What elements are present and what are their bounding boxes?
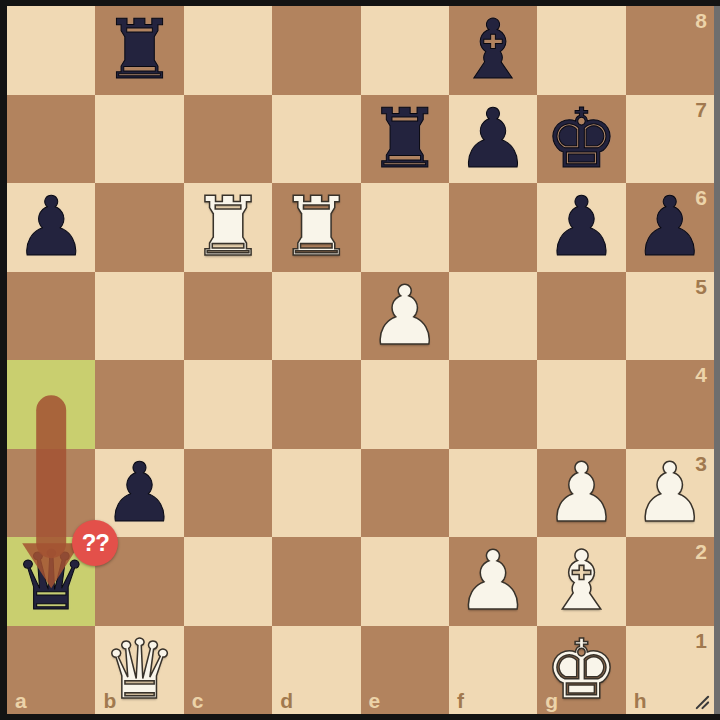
square-c7[interactable] [184, 95, 272, 184]
rank-label-1: 1 [695, 630, 707, 651]
black-king[interactable]: ♚ [537, 95, 625, 184]
square-c5[interactable] [184, 272, 272, 361]
board-right-edge [714, 6, 720, 714]
square-a6[interactable]: ♟ [7, 183, 95, 272]
square-b1[interactable]: b♛ [95, 626, 183, 715]
square-d2[interactable] [272, 537, 360, 626]
square-d4[interactable] [272, 360, 360, 449]
square-e8[interactable] [361, 6, 449, 95]
board-grid: ♜♝8♜♟♚7♟♜♜♟6♟♟54♟♟3♟♛♟♝2ab♛cdefg♚1h [7, 6, 714, 714]
file-label-f: f [457, 690, 464, 711]
white-pawn[interactable]: ♟ [449, 537, 537, 626]
square-f7[interactable]: ♟ [449, 95, 537, 184]
square-h2[interactable]: 2 [626, 537, 714, 626]
square-b7[interactable] [95, 95, 183, 184]
square-a8[interactable] [7, 6, 95, 95]
file-label-c: c [192, 690, 204, 711]
square-e5[interactable]: ♟ [361, 272, 449, 361]
square-d8[interactable] [272, 6, 360, 95]
file-label-h: h [634, 690, 647, 711]
blunder-badge-label: ?? [82, 529, 109, 557]
square-b6[interactable] [95, 183, 183, 272]
square-d6[interactable]: ♜ [272, 183, 360, 272]
square-h3[interactable]: 3♟ [626, 449, 714, 538]
resize-handle-icon[interactable] [693, 693, 710, 710]
rank-label-5: 5 [695, 276, 707, 297]
square-c2[interactable] [184, 537, 272, 626]
square-e4[interactable] [361, 360, 449, 449]
square-g4[interactable] [537, 360, 625, 449]
white-bishop[interactable]: ♝ [537, 537, 625, 626]
square-c3[interactable] [184, 449, 272, 538]
file-label-b: b [103, 690, 116, 711]
rank-label-7: 7 [695, 99, 707, 120]
square-b4[interactable] [95, 360, 183, 449]
square-a7[interactable] [7, 95, 95, 184]
rank-label-6: 6 [695, 187, 707, 208]
square-c1[interactable]: c [184, 626, 272, 715]
square-e6[interactable] [361, 183, 449, 272]
square-g1[interactable]: g♚ [537, 626, 625, 715]
rank-label-8: 8 [695, 10, 707, 31]
square-g5[interactable] [537, 272, 625, 361]
square-e1[interactable]: e [361, 626, 449, 715]
square-b8[interactable]: ♜ [95, 6, 183, 95]
square-b5[interactable] [95, 272, 183, 361]
file-label-g: g [545, 690, 558, 711]
rank-label-3: 3 [695, 453, 707, 474]
square-c6[interactable]: ♜ [184, 183, 272, 272]
square-f4[interactable] [449, 360, 537, 449]
square-g8[interactable] [537, 6, 625, 95]
square-f3[interactable] [449, 449, 537, 538]
square-f6[interactable] [449, 183, 537, 272]
square-f5[interactable] [449, 272, 537, 361]
square-h6[interactable]: 6♟ [626, 183, 714, 272]
square-e7[interactable]: ♜ [361, 95, 449, 184]
square-g3[interactable]: ♟ [537, 449, 625, 538]
black-pawn[interactable]: ♟ [449, 95, 537, 184]
square-f8[interactable]: ♝ [449, 6, 537, 95]
square-h7[interactable]: 7 [626, 95, 714, 184]
square-f1[interactable]: f [449, 626, 537, 715]
square-a1[interactable]: a [7, 626, 95, 715]
square-h4[interactable]: 4 [626, 360, 714, 449]
black-pawn[interactable]: ♟ [537, 183, 625, 272]
black-rook[interactable]: ♜ [95, 6, 183, 95]
white-pawn[interactable]: ♟ [361, 272, 449, 361]
square-g2[interactable]: ♝ [537, 537, 625, 626]
white-rook[interactable]: ♜ [184, 183, 272, 272]
white-rook[interactable]: ♜ [272, 183, 360, 272]
square-d3[interactable] [272, 449, 360, 538]
square-a4[interactable] [7, 360, 95, 449]
square-d5[interactable] [272, 272, 360, 361]
square-a5[interactable] [7, 272, 95, 361]
white-pawn[interactable]: ♟ [537, 449, 625, 538]
square-g7[interactable]: ♚ [537, 95, 625, 184]
square-d1[interactable]: d [272, 626, 360, 715]
rank-label-4: 4 [695, 364, 707, 385]
square-h8[interactable]: 8 [626, 6, 714, 95]
square-g6[interactable]: ♟ [537, 183, 625, 272]
rank-label-2: 2 [695, 541, 707, 562]
square-h5[interactable]: 5 [626, 272, 714, 361]
square-e3[interactable] [361, 449, 449, 538]
black-rook[interactable]: ♜ [361, 95, 449, 184]
square-d7[interactable] [272, 95, 360, 184]
black-bishop[interactable]: ♝ [449, 6, 537, 95]
file-label-a: a [15, 690, 27, 711]
file-label-d: d [280, 690, 293, 711]
board-frame: ♜♝8♜♟♚7♟♜♜♟6♟♟54♟♟3♟♛♟♝2ab♛cdefg♚1h ?? [0, 0, 720, 720]
square-c4[interactable] [184, 360, 272, 449]
square-f2[interactable]: ♟ [449, 537, 537, 626]
square-c8[interactable] [184, 6, 272, 95]
file-label-e: e [369, 690, 381, 711]
black-pawn[interactable]: ♟ [7, 183, 95, 272]
square-e2[interactable] [361, 537, 449, 626]
